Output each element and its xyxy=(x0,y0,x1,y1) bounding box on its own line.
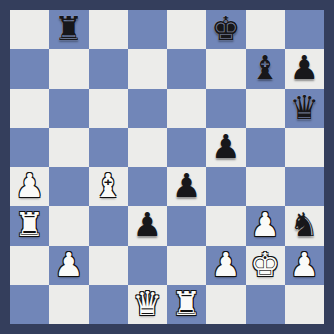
white-pawn[interactable]: ♟ xyxy=(15,167,45,205)
square-b3[interactable] xyxy=(49,206,88,245)
square-b8[interactable]: ♜ xyxy=(49,10,88,49)
square-h6[interactable]: ♛ xyxy=(285,89,324,128)
black-pawn[interactable]: ♟ xyxy=(290,49,320,87)
black-queen[interactable]: ♛ xyxy=(290,89,320,127)
square-g8[interactable] xyxy=(246,10,285,49)
square-e3[interactable] xyxy=(167,206,206,245)
square-g7[interactable]: ♝ xyxy=(246,49,285,88)
square-d3[interactable]: ♟ xyxy=(128,206,167,245)
square-c3[interactable] xyxy=(89,206,128,245)
square-b1[interactable] xyxy=(49,285,88,324)
square-f1[interactable] xyxy=(206,285,245,324)
white-queen[interactable]: ♛ xyxy=(133,285,163,323)
square-d8[interactable] xyxy=(128,10,167,49)
square-c6[interactable] xyxy=(89,89,128,128)
square-h2[interactable]: ♟ xyxy=(285,246,324,285)
square-a3[interactable]: ♜ xyxy=(10,206,49,245)
square-f4[interactable] xyxy=(206,167,245,206)
square-a1[interactable] xyxy=(10,285,49,324)
square-g2[interactable]: ♚ xyxy=(246,246,285,285)
black-king[interactable]: ♚ xyxy=(211,10,241,48)
black-rook[interactable]: ♜ xyxy=(54,10,84,48)
white-pawn[interactable]: ♟ xyxy=(54,246,84,284)
square-h3[interactable]: ♞ xyxy=(285,206,324,245)
square-a8[interactable] xyxy=(10,10,49,49)
square-b7[interactable] xyxy=(49,49,88,88)
square-c8[interactable] xyxy=(89,10,128,49)
square-d4[interactable] xyxy=(128,167,167,206)
square-c4[interactable]: ♝ xyxy=(89,167,128,206)
square-g3[interactable]: ♟ xyxy=(246,206,285,245)
white-pawn[interactable]: ♟ xyxy=(290,246,320,284)
square-c2[interactable] xyxy=(89,246,128,285)
square-g5[interactable] xyxy=(246,128,285,167)
chess-board: ♜♚♝♟♛♟♟♝♟♜♟♟♞♟♟♚♟♛♜ xyxy=(10,10,324,324)
board-frame: ♜♚♝♟♛♟♟♝♟♜♟♟♞♟♟♚♟♛♜ xyxy=(0,0,334,334)
square-d6[interactable] xyxy=(128,89,167,128)
square-a5[interactable] xyxy=(10,128,49,167)
square-a6[interactable] xyxy=(10,89,49,128)
white-pawn[interactable]: ♟ xyxy=(211,246,241,284)
white-pawn[interactable]: ♟ xyxy=(250,206,280,244)
square-c5[interactable] xyxy=(89,128,128,167)
square-e4[interactable]: ♟ xyxy=(167,167,206,206)
square-e7[interactable] xyxy=(167,49,206,88)
black-bishop[interactable]: ♝ xyxy=(250,49,280,87)
square-d5[interactable] xyxy=(128,128,167,167)
white-rook[interactable]: ♜ xyxy=(15,206,45,244)
square-e2[interactable] xyxy=(167,246,206,285)
square-b4[interactable] xyxy=(49,167,88,206)
square-a2[interactable] xyxy=(10,246,49,285)
square-h1[interactable] xyxy=(285,285,324,324)
black-knight[interactable]: ♞ xyxy=(290,206,320,244)
square-b6[interactable] xyxy=(49,89,88,128)
square-a7[interactable] xyxy=(10,49,49,88)
white-bishop[interactable]: ♝ xyxy=(93,167,123,205)
square-e8[interactable] xyxy=(167,10,206,49)
square-c1[interactable] xyxy=(89,285,128,324)
square-h5[interactable] xyxy=(285,128,324,167)
square-g6[interactable] xyxy=(246,89,285,128)
square-a4[interactable]: ♟ xyxy=(10,167,49,206)
square-f8[interactable]: ♚ xyxy=(206,10,245,49)
square-f5[interactable]: ♟ xyxy=(206,128,245,167)
square-e1[interactable]: ♜ xyxy=(167,285,206,324)
black-pawn[interactable]: ♟ xyxy=(172,167,202,205)
square-d1[interactable]: ♛ xyxy=(128,285,167,324)
square-h4[interactable] xyxy=(285,167,324,206)
square-f7[interactable] xyxy=(206,49,245,88)
square-f6[interactable] xyxy=(206,89,245,128)
square-f2[interactable]: ♟ xyxy=(206,246,245,285)
square-c7[interactable] xyxy=(89,49,128,88)
square-b5[interactable] xyxy=(49,128,88,167)
white-king[interactable]: ♚ xyxy=(250,246,280,284)
square-h7[interactable]: ♟ xyxy=(285,49,324,88)
square-g1[interactable] xyxy=(246,285,285,324)
square-h8[interactable] xyxy=(285,10,324,49)
square-f3[interactable] xyxy=(206,206,245,245)
black-pawn[interactable]: ♟ xyxy=(211,128,241,166)
white-rook[interactable]: ♜ xyxy=(172,285,202,323)
square-g4[interactable] xyxy=(246,167,285,206)
black-pawn[interactable]: ♟ xyxy=(133,206,163,244)
square-e6[interactable] xyxy=(167,89,206,128)
square-d2[interactable] xyxy=(128,246,167,285)
square-e5[interactable] xyxy=(167,128,206,167)
square-b2[interactable]: ♟ xyxy=(49,246,88,285)
square-d7[interactable] xyxy=(128,49,167,88)
